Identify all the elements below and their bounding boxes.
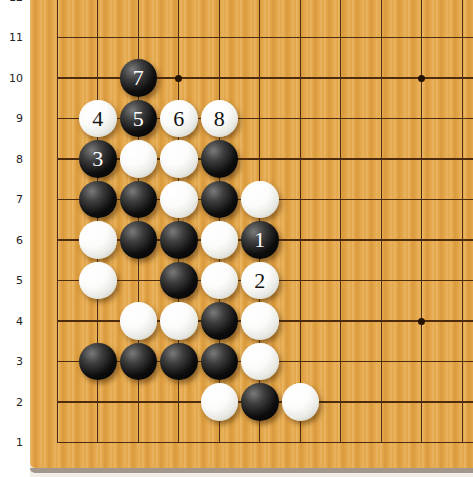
stone-white-F3[interactable] [241, 343, 279, 381]
row-label-8: 8 [0, 152, 23, 167]
stone-white-G2[interactable] [282, 383, 320, 421]
row-label-10: 10 [0, 71, 23, 86]
stone-white-C4[interactable] [120, 302, 158, 340]
stone-white-D8[interactable] [160, 140, 198, 178]
move-number-4: 4 [92, 106, 103, 132]
star-point-K10 [418, 75, 425, 82]
move-number-7: 7 [133, 65, 144, 91]
row-label-11: 11 [0, 30, 23, 45]
stone-white-E6[interactable] [201, 221, 239, 259]
stone-black-B3[interactable] [79, 343, 117, 381]
grid-line-v-L [462, 0, 463, 443]
stone-white-B9[interactable]: 4 [79, 100, 117, 138]
star-point-K4 [418, 318, 425, 325]
move-number-5: 5 [133, 106, 144, 132]
row-label-4: 4 [0, 314, 23, 329]
move-number-3: 3 [92, 146, 103, 172]
stone-black-C7[interactable] [120, 181, 158, 219]
stone-black-E3[interactable] [201, 343, 239, 381]
stone-black-C10[interactable]: 7 [120, 59, 158, 97]
stone-white-F4[interactable] [241, 302, 279, 340]
stone-white-E5[interactable] [201, 262, 239, 300]
row-label-12: 12 [0, 0, 23, 5]
stone-white-D4[interactable] [160, 302, 198, 340]
stone-white-E2[interactable] [201, 383, 239, 421]
grid-line-v-A [57, 0, 58, 443]
row-label-1: 1 [0, 435, 23, 450]
stone-black-E8[interactable] [201, 140, 239, 178]
row-label-6: 6 [0, 233, 23, 248]
stone-black-F2[interactable] [241, 383, 279, 421]
row-label-3: 3 [0, 354, 23, 369]
move-number-2: 2 [254, 268, 265, 294]
stone-black-F6[interactable]: 1 [241, 221, 279, 259]
grid-line-v-K [421, 0, 422, 443]
grid-line-h-11 [57, 37, 473, 38]
board-edge-shadow [30, 468, 473, 473]
stone-black-C6[interactable] [120, 221, 158, 259]
stone-white-C8[interactable] [120, 140, 158, 178]
stone-white-D7[interactable] [160, 181, 198, 219]
grid-line-v-G [300, 0, 301, 443]
row-label-2: 2 [0, 395, 23, 410]
grid-line-h-1 [57, 442, 473, 443]
stone-white-D9[interactable]: 6 [160, 100, 198, 138]
move-number-6: 6 [173, 106, 184, 132]
stone-white-B5[interactable] [79, 262, 117, 300]
grid-line-v-J [381, 0, 382, 443]
move-number-1: 1 [254, 227, 265, 253]
stone-white-B6[interactable] [79, 221, 117, 259]
stone-black-E7[interactable] [201, 181, 239, 219]
stone-black-C9[interactable]: 5 [120, 100, 158, 138]
stone-black-B8[interactable]: 3 [79, 140, 117, 178]
grid-line-v-H [340, 0, 341, 443]
go-diagram-screenshot: 121110987654321 74568312 [0, 0, 473, 477]
star-point-D10 [175, 75, 182, 82]
stone-black-E4[interactable] [201, 302, 239, 340]
stone-white-F5[interactable]: 2 [241, 262, 279, 300]
stone-black-D6[interactable] [160, 221, 198, 259]
stone-white-F7[interactable] [241, 181, 279, 219]
stone-black-B7[interactable] [79, 181, 117, 219]
stone-white-E9[interactable]: 8 [201, 100, 239, 138]
move-number-8: 8 [214, 106, 225, 132]
stone-black-C3[interactable] [120, 343, 158, 381]
stone-black-D5[interactable] [160, 262, 198, 300]
row-label-5: 5 [0, 273, 23, 288]
stone-black-D3[interactable] [160, 343, 198, 381]
row-label-9: 9 [0, 111, 23, 126]
row-label-7: 7 [0, 192, 23, 207]
